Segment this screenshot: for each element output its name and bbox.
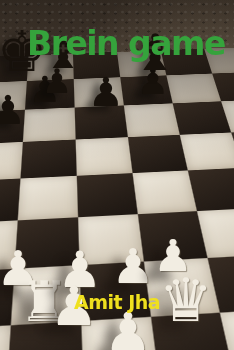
square-c6 bbox=[23, 108, 76, 142]
square-e5 bbox=[128, 135, 188, 173]
square-e3 bbox=[138, 211, 208, 261]
square-e6 bbox=[124, 103, 180, 137]
square-d6 bbox=[75, 105, 128, 139]
square-b8 bbox=[0, 55, 29, 83]
square-d1 bbox=[81, 317, 159, 350]
square-d4 bbox=[77, 173, 138, 217]
book-title: Brein game bbox=[27, 24, 225, 63]
square-c4 bbox=[18, 176, 78, 221]
square-e7 bbox=[120, 75, 172, 105]
square-d5 bbox=[76, 137, 133, 176]
square-f5 bbox=[180, 132, 234, 170]
author-name: Amit Jha bbox=[0, 291, 234, 313]
square-c3 bbox=[15, 217, 80, 269]
square-c1 bbox=[6, 321, 83, 350]
square-f4 bbox=[188, 168, 234, 211]
square-b7 bbox=[0, 81, 27, 112]
square-b6 bbox=[0, 110, 25, 145]
square-c5 bbox=[20, 140, 76, 179]
square-d3 bbox=[78, 214, 144, 265]
square-c7 bbox=[25, 79, 75, 110]
square-d7 bbox=[74, 77, 124, 107]
square-e4 bbox=[133, 170, 197, 214]
square-b5 bbox=[0, 142, 23, 181]
book-cover: ♚♝♟♟♟♟♟♝♟♜♟♟♟♟♛♟ Brein game Amit Jha bbox=[0, 0, 234, 350]
